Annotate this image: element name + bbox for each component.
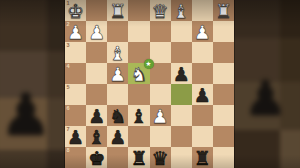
square-a6[interactable] bbox=[213, 105, 234, 126]
square-e4[interactable]: ♞★ bbox=[128, 63, 149, 84]
black-knight: ♞ bbox=[107, 105, 128, 126]
white-knight: ♞ bbox=[128, 63, 149, 84]
white-pawn: ♟ bbox=[150, 105, 171, 126]
background-board-square bbox=[0, 150, 47, 168]
square-g5[interactable] bbox=[86, 84, 107, 105]
square-h1[interactable]: 1♚ bbox=[65, 0, 86, 21]
square-c7[interactable] bbox=[171, 126, 192, 147]
square-g6[interactable]: ♟ bbox=[86, 105, 107, 126]
black-queen: ♛ bbox=[150, 147, 171, 168]
square-h3[interactable]: 3 bbox=[65, 42, 86, 63]
square-h4[interactable]: 4 bbox=[65, 63, 86, 84]
square-g8[interactable]: ♚ bbox=[86, 147, 107, 168]
square-b1[interactable] bbox=[192, 0, 213, 21]
white-king: ♚ bbox=[65, 0, 86, 21]
black-pawn: ♟ bbox=[86, 105, 107, 126]
square-b7[interactable] bbox=[192, 126, 213, 147]
background-board-square bbox=[234, 130, 280, 168]
square-c2[interactable] bbox=[171, 21, 192, 42]
square-h7[interactable]: 7♟ bbox=[65, 126, 86, 147]
square-e6[interactable]: ♝ bbox=[128, 105, 149, 126]
background-board-square bbox=[0, 0, 47, 51]
black-king: ♚ bbox=[86, 147, 107, 168]
square-c1[interactable]: ♝ bbox=[171, 0, 192, 21]
square-e1[interactable] bbox=[128, 0, 149, 21]
background-left-board-blur: ♟ bbox=[0, 0, 65, 168]
square-e2[interactable] bbox=[128, 21, 149, 42]
background-left-strip: ♟ bbox=[0, 0, 65, 168]
white-pawn: ♟ bbox=[65, 21, 86, 42]
square-a3[interactable] bbox=[213, 42, 234, 63]
rank-label-6: 6 bbox=[67, 106, 70, 112]
white-rook: ♜ bbox=[107, 0, 128, 21]
square-f2[interactable] bbox=[107, 21, 128, 42]
square-a4[interactable] bbox=[213, 63, 234, 84]
square-g7[interactable]: ♝ bbox=[86, 126, 107, 147]
white-pawn: ♟ bbox=[192, 21, 213, 42]
white-rook: ♜ bbox=[213, 0, 234, 21]
square-b4[interactable] bbox=[192, 63, 213, 84]
square-a8[interactable] bbox=[213, 147, 234, 168]
square-a1[interactable]: ♜ bbox=[213, 0, 234, 21]
square-b3[interactable] bbox=[192, 42, 213, 63]
square-h6[interactable]: 6 bbox=[65, 105, 86, 126]
square-e7[interactable] bbox=[128, 126, 149, 147]
white-bishop: ♝ bbox=[107, 42, 128, 63]
square-b5[interactable]: ♟ bbox=[192, 84, 213, 105]
white-pawn: ♟ bbox=[107, 63, 128, 84]
square-d8[interactable]: ♛ bbox=[150, 147, 171, 168]
chess-board: 1♚♜♛♝♜2♟♟♟3♝4♟♞★♟5♟6♟♞♝♟7♟♝♟8♚♜♛♜ bbox=[65, 0, 234, 168]
black-pawn: ♟ bbox=[107, 126, 128, 147]
square-a7[interactable] bbox=[213, 126, 234, 147]
square-d7[interactable] bbox=[150, 126, 171, 147]
square-b2[interactable]: ♟ bbox=[192, 21, 213, 42]
square-c6[interactable] bbox=[171, 105, 192, 126]
square-f8[interactable] bbox=[107, 147, 128, 168]
rank-label-3: 3 bbox=[67, 43, 70, 49]
square-d5[interactable] bbox=[150, 84, 171, 105]
background-board-square bbox=[234, 0, 280, 38]
white-pawn: ♟ bbox=[86, 21, 107, 42]
rank-label-4: 4 bbox=[67, 64, 70, 70]
black-rook: ♜ bbox=[128, 147, 149, 168]
background-board-square bbox=[280, 130, 300, 168]
black-bishop: ♝ bbox=[128, 105, 149, 126]
square-d3[interactable] bbox=[150, 42, 171, 63]
black-bishop: ♝ bbox=[86, 126, 107, 147]
square-b6[interactable] bbox=[192, 105, 213, 126]
square-f5[interactable] bbox=[107, 84, 128, 105]
white-bishop: ♝ bbox=[171, 0, 192, 21]
black-rook: ♜ bbox=[192, 147, 213, 168]
blurred-black-pawn-icon: ♟ bbox=[0, 86, 52, 144]
square-g4[interactable] bbox=[86, 63, 107, 84]
square-a5[interactable] bbox=[213, 84, 234, 105]
square-h8[interactable]: 8 bbox=[65, 147, 86, 168]
background-board-square bbox=[47, 150, 65, 168]
square-g3[interactable] bbox=[86, 42, 107, 63]
white-queen: ♛ bbox=[150, 0, 171, 21]
video-frame: ♟ ♟ 1♚♜♛♝♜2♟♟♟3♝4♟♞★♟5♟6♟♞♝♟7♟♝♟8♚♜♛♜ bbox=[0, 0, 300, 168]
blurred-black-pawn-icon: ♟ bbox=[244, 74, 287, 122]
square-f4[interactable]: ♟ bbox=[107, 63, 128, 84]
square-g1[interactable] bbox=[86, 0, 107, 21]
square-f3[interactable]: ♝ bbox=[107, 42, 128, 63]
square-c8[interactable] bbox=[171, 147, 192, 168]
background-right-strip: ♟ bbox=[234, 0, 300, 168]
square-c5[interactable] bbox=[171, 84, 192, 105]
square-h2[interactable]: 2♟ bbox=[65, 21, 86, 42]
square-a2[interactable] bbox=[213, 21, 234, 42]
black-pawn: ♟ bbox=[192, 84, 213, 105]
square-e8[interactable]: ♜ bbox=[128, 147, 149, 168]
rank-label-2: 2 bbox=[67, 22, 70, 28]
square-e3[interactable] bbox=[128, 42, 149, 63]
square-d6[interactable]: ♟ bbox=[150, 105, 171, 126]
rank-label-7: 7 bbox=[67, 127, 70, 133]
square-f7[interactable]: ♟ bbox=[107, 126, 128, 147]
black-pawn: ♟ bbox=[65, 126, 86, 147]
square-g2[interactable]: ♟ bbox=[86, 21, 107, 42]
square-c3[interactable] bbox=[171, 42, 192, 63]
rank-label-1: 1 bbox=[67, 1, 70, 7]
square-f1[interactable]: ♜ bbox=[107, 0, 128, 21]
black-pawn: ♟ bbox=[171, 63, 192, 84]
square-d2[interactable] bbox=[150, 21, 171, 42]
background-board-square bbox=[280, 0, 300, 38]
background-right-board-blur: ♟ bbox=[234, 0, 300, 168]
square-f6[interactable]: ♞ bbox=[107, 105, 128, 126]
square-b8[interactable]: ♜ bbox=[192, 147, 213, 168]
square-d4[interactable] bbox=[150, 63, 171, 84]
square-d1[interactable]: ♛ bbox=[150, 0, 171, 21]
background-board-square bbox=[47, 0, 65, 51]
square-c4[interactable]: ♟ bbox=[171, 63, 192, 84]
square-e5[interactable] bbox=[128, 84, 149, 105]
rank-label-8: 8 bbox=[67, 148, 70, 154]
rank-label-5: 5 bbox=[67, 85, 70, 91]
square-h5[interactable]: 5 bbox=[65, 84, 86, 105]
